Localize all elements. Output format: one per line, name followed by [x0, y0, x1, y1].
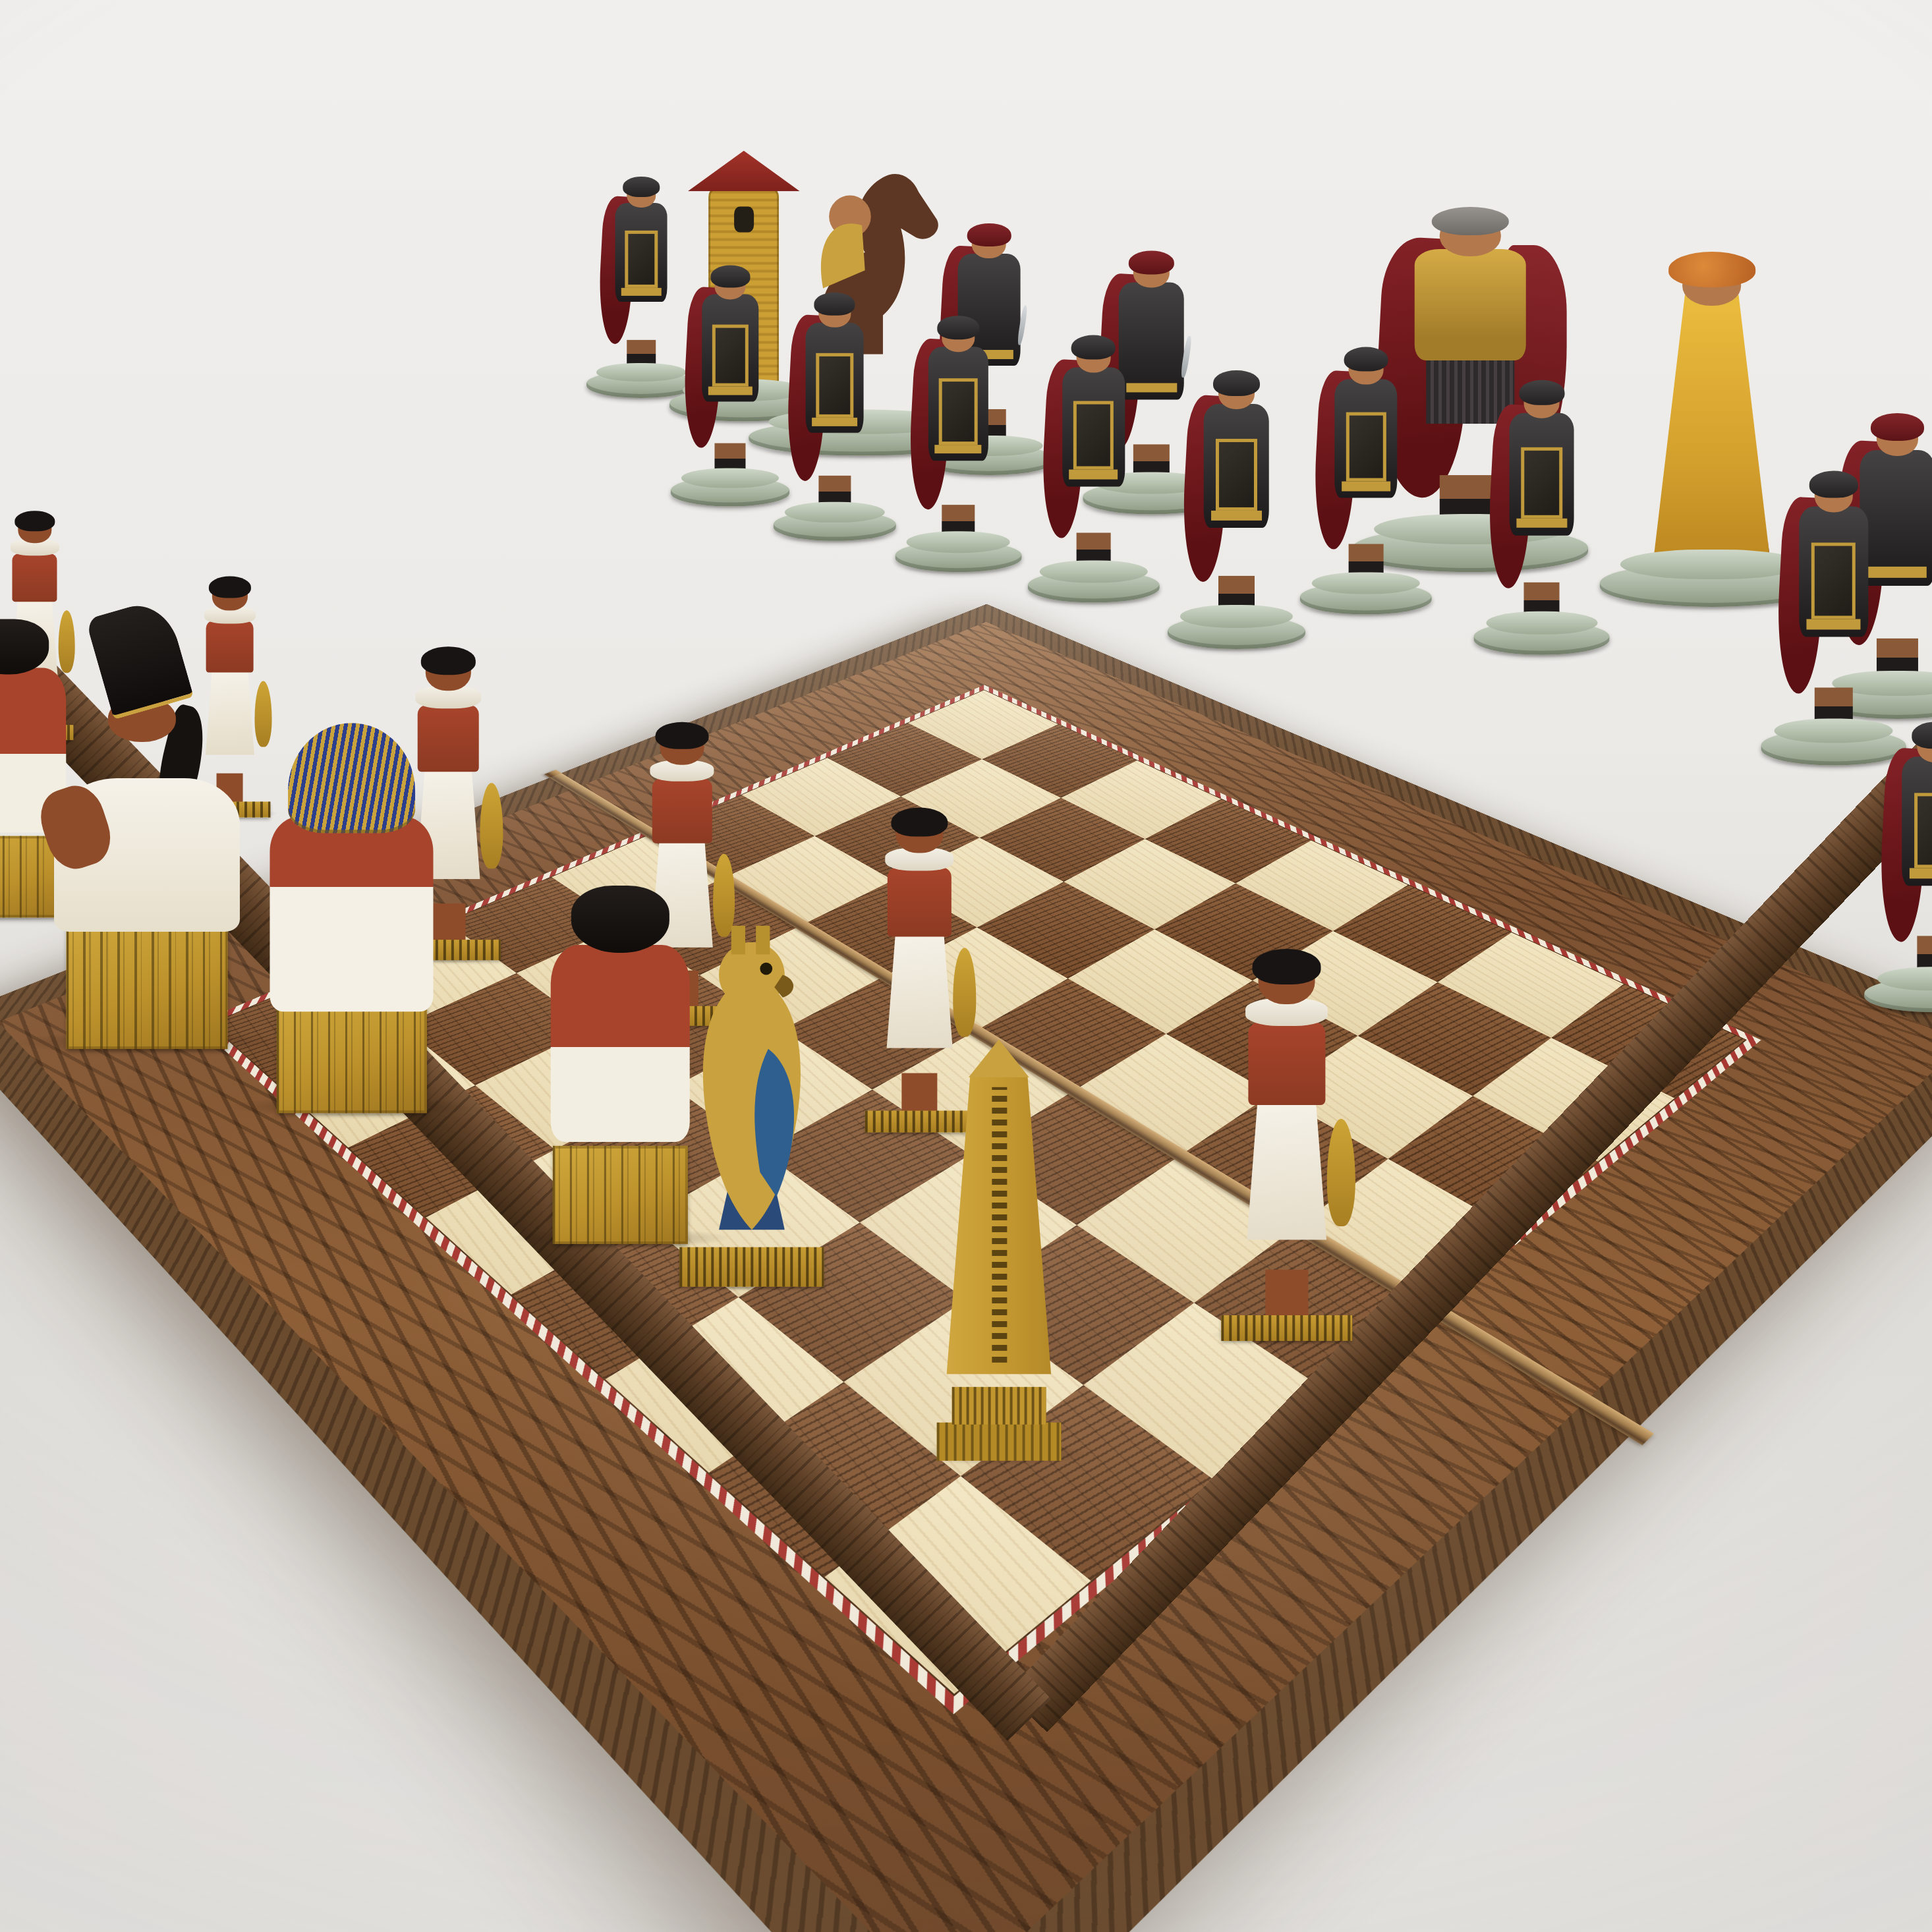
roman-pawn-piece[interactable]: [1774, 468, 1893, 766]
egyptian-king-piece[interactable]: [238, 707, 465, 1113]
roman-pawn-piece[interactable]: [1312, 344, 1420, 614]
roman-pawn-piece[interactable]: [1486, 377, 1597, 655]
roman-pawn-piece[interactable]: [907, 313, 1010, 572]
egyptian-pawn-piece[interactable]: [1216, 945, 1358, 1341]
egyptian-rook-piece[interactable]: [915, 1039, 1083, 1460]
roman-pawn-piece[interactable]: [1180, 367, 1293, 649]
pieces-layer: [0, 0, 1932, 1932]
roman-pawn-piece[interactable]: [596, 174, 686, 398]
egyptian-knight-piece[interactable]: [661, 925, 841, 1286]
roman-pawn-piece[interactable]: [681, 263, 779, 506]
egyptian-queen-piece[interactable]: [25, 597, 269, 1049]
roman-pawn-piece[interactable]: [1877, 719, 1932, 1013]
studio-photo-scene: [0, 0, 1932, 1932]
roman-pawn-piece[interactable]: [1039, 332, 1147, 602]
roman-pawn-piece[interactable]: [784, 290, 884, 541]
